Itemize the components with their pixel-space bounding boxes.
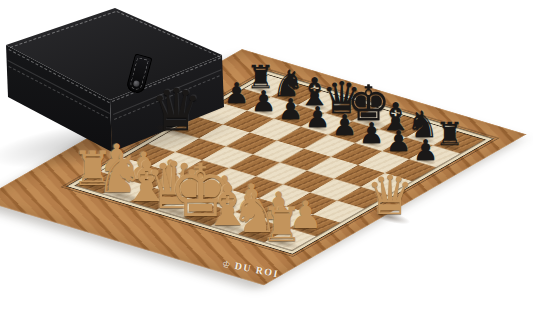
storage-box xyxy=(0,0,240,170)
crown-icon xyxy=(221,258,233,271)
product-photo-stage: DU ROI ♜♞♝♛♚♝♞♜♟♟♟♟♟♟♟♟♟♟♟♟♟♟♟♟♜♞♝♛♚♝♞♜♛… xyxy=(0,0,533,324)
